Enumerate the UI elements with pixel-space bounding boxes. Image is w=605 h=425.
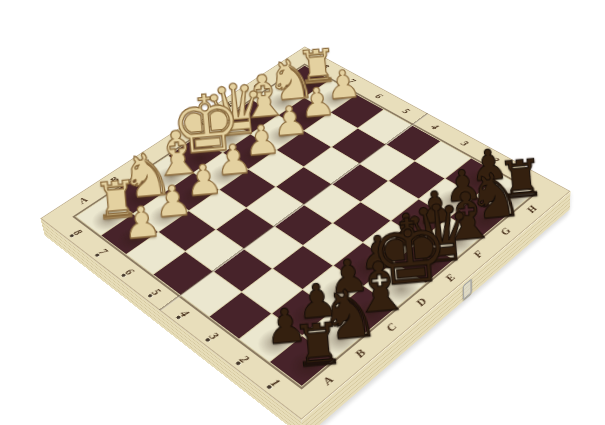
coordinate-label: 8 xyxy=(53,216,101,249)
square-f8: ♝ xyxy=(226,100,277,133)
coordinate-label: 7 xyxy=(330,68,372,94)
white-bishop: ♝ xyxy=(235,66,292,128)
board-perspective: ABCDEFGH 87654321 87654321 ABCDEFGH ♜♞♝♚… xyxy=(0,0,605,425)
product-photo-scene: ABCDEFGH 87654321 87654321 ABCDEFGH ♜♞♝♚… xyxy=(0,0,605,425)
piece-shadow xyxy=(232,140,275,168)
coordinate-label: E xyxy=(181,108,224,136)
square-f6 xyxy=(277,131,330,166)
square-g8: ♞ xyxy=(253,83,304,115)
coordinate-label: 8 xyxy=(305,54,346,80)
coordinate-label: H xyxy=(263,57,304,83)
white-pawn: ♟ xyxy=(121,200,163,246)
square-e8: ♛ xyxy=(197,119,249,153)
piece-shadow xyxy=(261,88,302,114)
playing-squares: ♜♞♝♚♛♝♞♜♟♟♟♟♟♟♟♟♟♟♟♟♟♟♟♟♜♞♝♚♛♝♞♜ xyxy=(75,65,535,387)
white-king: ♚ xyxy=(167,82,244,166)
piece-shadow xyxy=(177,143,220,171)
square-f7: ♟ xyxy=(251,116,303,150)
square-f4 xyxy=(332,164,387,201)
square-g5 xyxy=(332,128,385,163)
black-rook: ♜ xyxy=(290,315,346,376)
coordinate-label: G xyxy=(237,73,279,99)
square-g7: ♟ xyxy=(278,98,330,131)
coordinate-label: F xyxy=(209,91,252,118)
white-pawn: ♟ xyxy=(298,82,336,124)
white-knight: ♞ xyxy=(263,50,317,109)
square-f5 xyxy=(304,148,358,184)
square-e6 xyxy=(249,150,303,186)
white-pawn: ♟ xyxy=(214,138,254,182)
white-pawn: ♟ xyxy=(271,100,310,143)
coordinate-label: 4 xyxy=(413,113,456,142)
piece-shadow xyxy=(206,124,248,151)
square-g6 xyxy=(305,113,358,147)
square-d8: ♚ xyxy=(169,137,222,172)
chess-board: ABCDEFGH 87654321 87654321 ABCDEFGH ♜♞♝♚… xyxy=(40,46,570,419)
piece-shadow xyxy=(260,121,302,148)
square-e5 xyxy=(276,167,331,204)
piece-shadow xyxy=(287,103,328,130)
square-g4 xyxy=(360,145,414,181)
white-pawn: ♟ xyxy=(243,119,283,162)
board-frame: ABCDEFGH 87654321 87654321 ABCDEFGH ♜♞♝♚… xyxy=(40,46,570,419)
square-d6 xyxy=(220,170,275,207)
coordinate-label: 6 xyxy=(357,83,399,110)
piece-shadow xyxy=(234,106,275,133)
coordinate-label: 5 xyxy=(384,98,427,126)
square-d7: ♟ xyxy=(194,153,248,189)
square-e7: ♟ xyxy=(223,134,276,169)
coordinate-label: D xyxy=(152,127,196,156)
latch-icon xyxy=(462,278,471,301)
coordinate-label: 3 xyxy=(442,129,486,159)
board-rotation-wrapper: ABCDEFGH 87654321 87654321 ABCDEFGH ♜♞♝♚… xyxy=(0,0,605,425)
white-queen: ♛ xyxy=(201,72,270,147)
piece-shadow xyxy=(203,159,246,188)
